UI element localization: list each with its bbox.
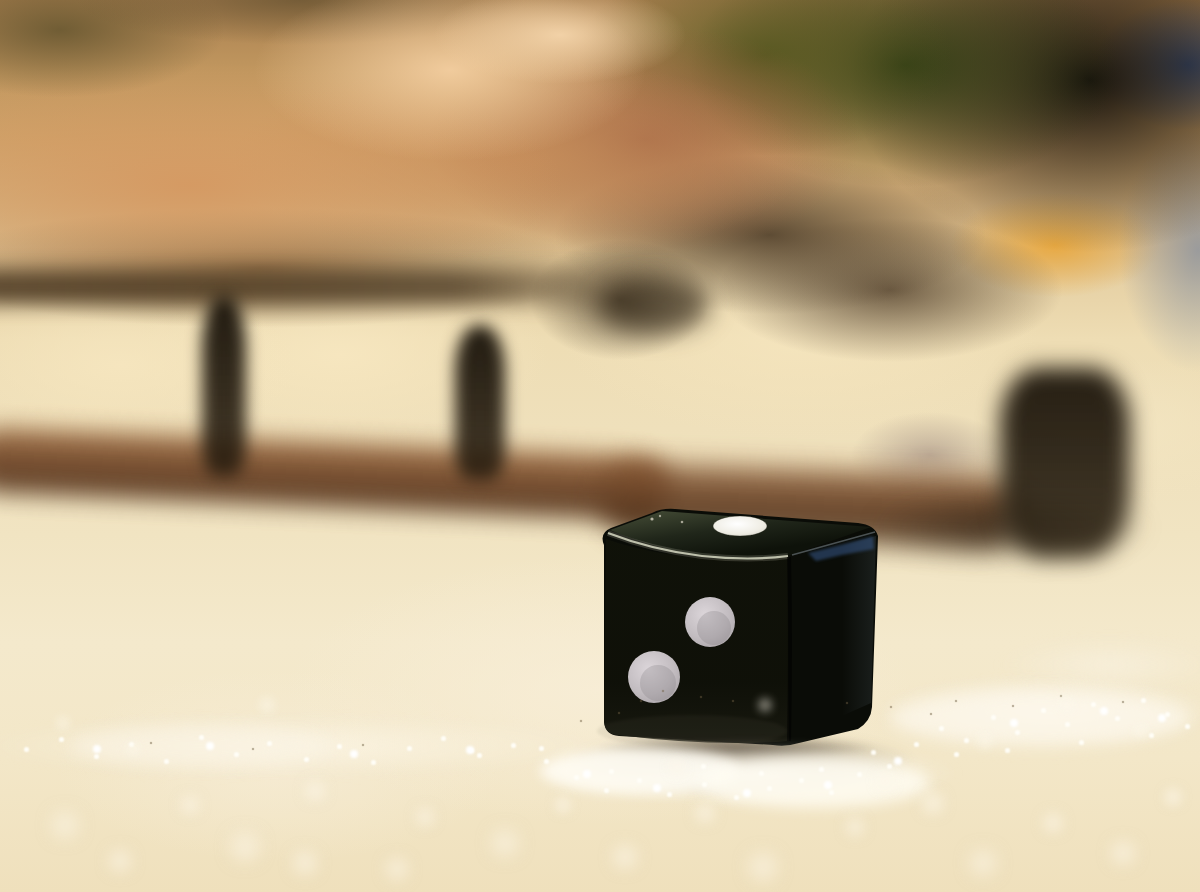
glitter-foam-die-right (700, 758, 930, 808)
die-dust-speck-3 (681, 521, 684, 524)
glitter-foam-right (890, 690, 1190, 746)
pip-top-1 (713, 516, 767, 536)
die-dust-speck-2 (659, 515, 661, 517)
pip-front-2-shade (640, 665, 676, 701)
glitter-foam-left (70, 726, 330, 766)
photo-canvas (0, 0, 1200, 892)
game-piece-center (455, 325, 505, 480)
pip-front-1-shade (697, 611, 731, 645)
game-piece-left (202, 296, 246, 476)
game-piece-smudge (600, 278, 710, 333)
bokeh-highlights (0, 0, 10, 10)
die-vertical-edge (789, 557, 790, 741)
board-rail-far (0, 270, 670, 304)
game-piece-right (1000, 368, 1130, 558)
black-die (592, 503, 884, 755)
die-dust-speck-1 (650, 517, 653, 520)
